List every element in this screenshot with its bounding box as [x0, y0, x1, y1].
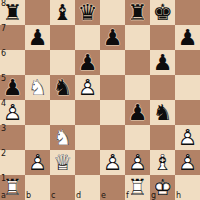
square-d7[interactable]	[75, 25, 100, 50]
white-piece-outline: ♙	[75, 75, 100, 100]
white-piece-outline: ♙	[25, 150, 50, 175]
file-label-d: d	[76, 192, 81, 200]
square-e8[interactable]	[100, 0, 125, 25]
square-d2[interactable]	[75, 150, 100, 175]
file-label-f: f	[126, 192, 129, 200]
piece-white-queen[interactable]: ♛♕	[50, 150, 75, 175]
piece-black-pawn[interactable]: ♟	[75, 50, 100, 75]
square-c3[interactable]: ♞♘	[50, 125, 75, 150]
square-e7[interactable]: ♟	[100, 25, 125, 50]
square-a1[interactable]: ♜♖1a	[0, 175, 25, 200]
square-d3[interactable]	[75, 125, 100, 150]
white-piece-outline: ♗	[150, 150, 175, 175]
square-a6[interactable]: 6	[0, 50, 25, 75]
white-piece-fill: ♟	[175, 125, 200, 150]
piece-black-pawn[interactable]: ♟	[175, 25, 200, 50]
piece-white-knight[interactable]: ♞♘	[25, 75, 50, 100]
square-f3[interactable]	[125, 125, 150, 150]
square-b1[interactable]: b	[25, 175, 50, 200]
square-a2[interactable]: 2	[0, 150, 25, 175]
square-g3[interactable]	[150, 125, 175, 150]
rank-label-6: 6	[1, 50, 6, 58]
square-b8[interactable]	[25, 0, 50, 25]
square-b4[interactable]	[25, 100, 50, 125]
square-h5[interactable]	[175, 75, 200, 100]
square-h8[interactable]	[175, 0, 200, 25]
white-piece-fill: ♛	[50, 150, 75, 175]
square-c2[interactable]: ♛♕	[50, 150, 75, 175]
square-f7[interactable]	[125, 25, 150, 50]
file-label-h: h	[176, 192, 181, 200]
white-piece-outline: ♙	[175, 150, 200, 175]
piece-black-queen[interactable]: ♛	[75, 0, 100, 25]
white-piece-outline: ♙	[125, 150, 150, 175]
piece-white-pawn[interactable]: ♟♙	[75, 75, 100, 100]
square-d4[interactable]	[75, 100, 100, 125]
square-h2[interactable]: ♟♙	[175, 150, 200, 175]
piece-white-bishop[interactable]: ♝♗	[150, 150, 175, 175]
square-c5[interactable]: ♞	[50, 75, 75, 100]
piece-black-rook[interactable]: ♜	[125, 0, 150, 25]
rank-label-1: 1	[1, 175, 6, 183]
square-b5[interactable]: ♞♘	[25, 75, 50, 100]
piece-black-knight[interactable]: ♞	[150, 100, 175, 125]
square-h3[interactable]: ♟♙	[175, 125, 200, 150]
rank-label-8: 8	[1, 0, 6, 8]
square-b6[interactable]	[25, 50, 50, 75]
square-d8[interactable]: ♛	[75, 0, 100, 25]
square-g6[interactable]: ♟	[150, 50, 175, 75]
square-f4[interactable]: ♟	[125, 100, 150, 125]
file-label-e: e	[101, 192, 106, 200]
square-b7[interactable]: ♟	[25, 25, 50, 50]
rank-label-3: 3	[1, 125, 6, 133]
white-piece-fill: ♞	[25, 75, 50, 100]
square-g4[interactable]: ♞	[150, 100, 175, 125]
file-label-a: a	[1, 192, 6, 200]
white-piece-outline: ♕	[50, 150, 75, 175]
square-a3[interactable]: 3	[0, 125, 25, 150]
square-d6[interactable]: ♟	[75, 50, 100, 75]
square-g5[interactable]	[150, 75, 175, 100]
piece-black-pawn[interactable]: ♟	[125, 100, 150, 125]
white-piece-outline: ♙	[100, 150, 125, 175]
square-h6[interactable]	[175, 50, 200, 75]
square-c1[interactable]: c	[50, 175, 75, 200]
white-piece-outline: ♘	[25, 75, 50, 100]
file-label-b: b	[26, 192, 31, 200]
square-g1[interactable]: ♚♔g	[150, 175, 175, 200]
white-piece-outline: ♘	[50, 125, 75, 150]
white-piece-fill: ♟	[75, 75, 100, 100]
piece-black-bishop[interactable]: ♝	[50, 0, 75, 25]
square-e2[interactable]: ♟♙	[100, 150, 125, 175]
square-f6[interactable]	[125, 50, 150, 75]
rank-label-4: 4	[1, 100, 6, 108]
square-c7[interactable]	[50, 25, 75, 50]
square-f1[interactable]: ♜♖f	[125, 175, 150, 200]
piece-white-knight[interactable]: ♞♘	[50, 125, 75, 150]
piece-white-pawn[interactable]: ♟♙	[25, 150, 50, 175]
square-e3[interactable]	[100, 125, 125, 150]
square-h1[interactable]: h	[175, 175, 200, 200]
square-c4[interactable]	[50, 100, 75, 125]
square-f5[interactable]	[125, 75, 150, 100]
square-e5[interactable]	[100, 75, 125, 100]
square-d5[interactable]: ♟♙	[75, 75, 100, 100]
file-label-c: c	[51, 192, 55, 200]
rank-label-5: 5	[1, 75, 6, 83]
piece-black-knight[interactable]: ♞	[50, 75, 75, 100]
square-h7[interactable]: ♟	[175, 25, 200, 50]
square-a4[interactable]: ♟♙4	[0, 100, 25, 125]
chess-board: ♜8♝♛♜♚7♟♟♟6♟♟♟5♞♘♞♟♙♟♙4♟♞3♞♘♟♙2♟♙♛♕♟♙♟♙♝…	[0, 0, 200, 200]
piece-black-pawn[interactable]: ♟	[25, 25, 50, 50]
white-piece-fill: ♝	[150, 150, 175, 175]
white-piece-outline: ♙	[175, 125, 200, 150]
square-a7[interactable]: 7	[0, 25, 25, 50]
rank-label-2: 2	[1, 150, 6, 158]
square-b2[interactable]: ♟♙	[25, 150, 50, 175]
square-e4[interactable]	[100, 100, 125, 125]
square-g7[interactable]	[150, 25, 175, 50]
square-g8[interactable]: ♚	[150, 0, 175, 25]
square-c6[interactable]	[50, 50, 75, 75]
square-g2[interactable]: ♝♗	[150, 150, 175, 175]
piece-white-pawn[interactable]: ♟♙	[175, 125, 200, 150]
square-h4[interactable]	[175, 100, 200, 125]
white-piece-fill: ♟	[175, 150, 200, 175]
piece-black-pawn[interactable]: ♟	[150, 50, 175, 75]
piece-white-pawn[interactable]: ♟♙	[100, 150, 125, 175]
square-e6[interactable]	[100, 50, 125, 75]
piece-black-king[interactable]: ♚	[150, 0, 175, 25]
square-a5[interactable]: ♟5	[0, 75, 25, 100]
white-piece-fill: ♟	[100, 150, 125, 175]
white-piece-fill: ♟	[25, 150, 50, 175]
rank-label-7: 7	[1, 25, 6, 33]
piece-white-pawn[interactable]: ♟♙	[175, 150, 200, 175]
square-c8[interactable]: ♝	[50, 0, 75, 25]
square-f2[interactable]: ♟♙	[125, 150, 150, 175]
square-d1[interactable]: d	[75, 175, 100, 200]
file-label-g: g	[151, 192, 156, 200]
square-b3[interactable]	[25, 125, 50, 150]
white-piece-fill: ♞	[50, 125, 75, 150]
piece-white-pawn[interactable]: ♟♙	[125, 150, 150, 175]
white-piece-fill: ♟	[125, 150, 150, 175]
square-e1[interactable]: e	[100, 175, 125, 200]
piece-black-pawn[interactable]: ♟	[100, 25, 125, 50]
square-f8[interactable]: ♜	[125, 0, 150, 25]
square-a8[interactable]: ♜8	[0, 0, 25, 25]
